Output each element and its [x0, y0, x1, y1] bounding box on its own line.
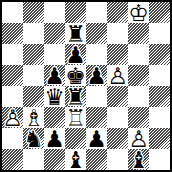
black-pawn-icon: ♟♟	[44, 128, 65, 149]
piece-glyph: ♖	[65, 107, 86, 128]
square-g7	[128, 23, 149, 44]
piece-glyph: ♝	[128, 149, 149, 170]
square-e6	[86, 44, 107, 65]
square-a7	[2, 23, 23, 44]
square-h1	[149, 149, 170, 170]
square-c4: ♛♛	[44, 86, 65, 107]
white-king-icon: ♚♔	[128, 2, 149, 23]
square-c6	[44, 44, 65, 65]
square-d5: ♚♚	[65, 65, 86, 86]
square-f5: ♟♙	[107, 65, 128, 86]
square-e8	[86, 2, 107, 23]
chess-board: ♚♔♜♜♟♟♟♟♚♚♟♟♟♙♛♛♜♜♟♙♝♗♜♖♞♞♟♟♟♟♟♙♝♝♝♝	[2, 2, 170, 170]
square-d6: ♟♟	[65, 44, 86, 65]
piece-glyph: ♟	[44, 65, 65, 86]
square-a2	[2, 128, 23, 149]
piece-glyph: ♝	[65, 149, 86, 170]
square-e1	[86, 149, 107, 170]
square-g2: ♟♙	[128, 128, 149, 149]
square-c7	[44, 23, 65, 44]
square-b7	[23, 23, 44, 44]
black-bishop-icon: ♝♝	[65, 149, 86, 170]
black-rook-icon: ♜♜	[65, 23, 86, 44]
square-f8	[107, 2, 128, 23]
square-e5: ♟♟	[86, 65, 107, 86]
square-d4: ♜♜	[65, 86, 86, 107]
square-a8	[2, 2, 23, 23]
square-c8	[44, 2, 65, 23]
square-d3: ♜♖	[65, 107, 86, 128]
black-queen-icon: ♛♛	[44, 86, 65, 107]
square-g1: ♝♝	[128, 149, 149, 170]
square-c2: ♟♟	[44, 128, 65, 149]
square-a6	[2, 44, 23, 65]
square-d2	[65, 128, 86, 149]
square-d1: ♝♝	[65, 149, 86, 170]
piece-glyph: ♙	[128, 128, 149, 149]
piece-glyph: ♛	[44, 86, 65, 107]
black-pawn-icon: ♟♟	[65, 44, 86, 65]
piece-glyph: ♟	[44, 128, 65, 149]
square-h8	[149, 2, 170, 23]
black-pawn-icon: ♟♟	[86, 65, 107, 86]
piece-glyph: ♜	[65, 23, 86, 44]
square-b6	[23, 44, 44, 65]
square-d7: ♜♜	[65, 23, 86, 44]
square-a4	[2, 86, 23, 107]
square-f3	[107, 107, 128, 128]
piece-glyph: ♙	[107, 65, 128, 86]
black-rook-icon: ♜♜	[65, 86, 86, 107]
square-d8	[65, 2, 86, 23]
square-g4	[128, 86, 149, 107]
black-knight-icon: ♞♞	[23, 128, 44, 149]
piece-glyph: ♔	[128, 2, 149, 23]
piece-glyph: ♟	[86, 128, 107, 149]
square-f1	[107, 149, 128, 170]
square-b8	[23, 2, 44, 23]
square-f4	[107, 86, 128, 107]
square-f6	[107, 44, 128, 65]
square-a5	[2, 65, 23, 86]
white-rook-icon: ♜♖	[65, 107, 86, 128]
black-pawn-icon: ♟♟	[44, 65, 65, 86]
piece-glyph: ♟	[65, 44, 86, 65]
piece-glyph: ♙	[2, 107, 23, 128]
square-g8: ♚♔	[128, 2, 149, 23]
square-e2: ♟♟	[86, 128, 107, 149]
square-e4	[86, 86, 107, 107]
square-f2	[107, 128, 128, 149]
white-bishop-icon: ♝♗	[23, 107, 44, 128]
piece-glyph: ♞	[23, 128, 44, 149]
square-h6	[149, 44, 170, 65]
black-pawn-icon: ♟♟	[86, 128, 107, 149]
square-b5	[23, 65, 44, 86]
square-b2: ♞♞	[23, 128, 44, 149]
square-g5	[128, 65, 149, 86]
black-bishop-icon: ♝♝	[128, 149, 149, 170]
piece-glyph: ♟	[86, 65, 107, 86]
square-c3	[44, 107, 65, 128]
square-c1	[44, 149, 65, 170]
square-b3: ♝♗	[23, 107, 44, 128]
piece-glyph: ♚	[65, 65, 86, 86]
square-f7	[107, 23, 128, 44]
square-b1	[23, 149, 44, 170]
square-a3: ♟♙	[2, 107, 23, 128]
square-g6	[128, 44, 149, 65]
square-h3	[149, 107, 170, 128]
square-h5	[149, 65, 170, 86]
black-king-icon: ♚♚	[65, 65, 86, 86]
square-a1	[2, 149, 23, 170]
white-pawn-icon: ♟♙	[107, 65, 128, 86]
square-h7	[149, 23, 170, 44]
square-e7	[86, 23, 107, 44]
square-h2	[149, 128, 170, 149]
chess-diagram: ♚♔♜♜♟♟♟♟♚♚♟♟♟♙♛♛♜♜♟♙♝♗♜♖♞♞♟♟♟♟♟♙♝♝♝♝	[0, 0, 172, 172]
white-pawn-icon: ♟♙	[128, 128, 149, 149]
piece-glyph: ♗	[23, 107, 44, 128]
piece-glyph: ♜	[65, 86, 86, 107]
square-h4	[149, 86, 170, 107]
white-pawn-icon: ♟♙	[2, 107, 23, 128]
square-e3	[86, 107, 107, 128]
square-c5: ♟♟	[44, 65, 65, 86]
square-g3	[128, 107, 149, 128]
square-b4	[23, 86, 44, 107]
